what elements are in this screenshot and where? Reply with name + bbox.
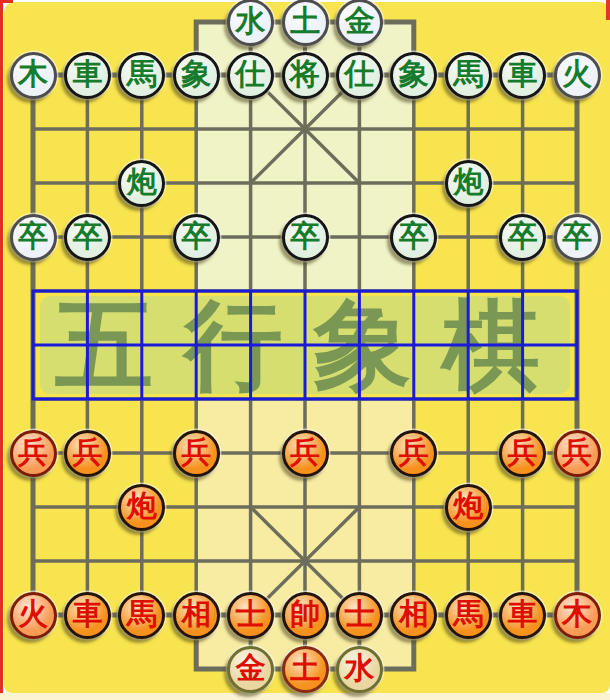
piece-character: 兵 (508, 437, 538, 467)
piece-green-卒[interactable]: 卒 (499, 214, 546, 261)
piece-character: 木 (562, 599, 592, 629)
piece-red-車[interactable]: 車 (499, 592, 546, 639)
piece-red-水[interactable]: 水 (336, 646, 383, 693)
piece-character: 相 (181, 599, 211, 629)
piece-character: 炮 (127, 491, 157, 521)
piece-green-仕[interactable]: 仕 (336, 52, 383, 99)
piece-red-兵[interactable]: 兵 (554, 430, 601, 477)
piece-character: 馬 (453, 599, 483, 629)
piece-green-炮[interactable]: 炮 (445, 160, 492, 207)
piece-character: 火 (18, 599, 48, 629)
piece-green-象[interactable]: 象 (173, 52, 220, 99)
piece-character: 仕 (344, 59, 374, 89)
piece-character: 兵 (181, 437, 211, 467)
piece-green-卒[interactable]: 卒 (554, 214, 601, 261)
piece-character: 卒 (72, 221, 102, 251)
piece-green-卒[interactable]: 卒 (64, 214, 111, 261)
piece-character: 土 (290, 653, 320, 683)
piece-red-馬[interactable]: 馬 (118, 592, 165, 639)
piece-character: 象 (181, 59, 211, 89)
piece-red-火[interactable]: 火 (10, 592, 57, 639)
piece-red-馬[interactable]: 馬 (445, 592, 492, 639)
piece-character: 卒 (18, 221, 48, 251)
piece-red-帥[interactable]: 帥 (282, 592, 329, 639)
piece-green-卒[interactable]: 卒 (10, 214, 57, 261)
piece-character: 仕 (236, 59, 266, 89)
piece-character: 卒 (399, 221, 429, 251)
piece-green-象[interactable]: 象 (390, 52, 437, 99)
piece-red-兵[interactable]: 兵 (390, 430, 437, 477)
piece-red-兵[interactable]: 兵 (499, 430, 546, 477)
piece-red-兵[interactable]: 兵 (282, 430, 329, 477)
piece-green-馬[interactable]: 馬 (445, 52, 492, 99)
piece-green-仕[interactable]: 仕 (227, 52, 274, 99)
piece-green-水[interactable]: 水 (227, 0, 274, 46)
piece-green-火[interactable]: 火 (554, 52, 601, 99)
piece-green-車[interactable]: 車 (64, 52, 111, 99)
piece-character: 木 (18, 59, 48, 89)
piece-character: 馬 (127, 59, 157, 89)
piece-green-卒[interactable]: 卒 (282, 214, 329, 261)
piece-red-兵[interactable]: 兵 (64, 430, 111, 477)
piece-character: 火 (562, 59, 592, 89)
piece-character: 車 (72, 599, 102, 629)
piece-character: 車 (72, 59, 102, 89)
piece-green-金[interactable]: 金 (336, 0, 383, 46)
piece-character: 車 (508, 59, 538, 89)
piece-character: 水 (236, 6, 266, 36)
piece-character: 卒 (290, 221, 320, 251)
piece-character: 士 (236, 599, 266, 629)
piece-character: 兵 (399, 437, 429, 467)
piece-character: 炮 (453, 491, 483, 521)
piece-red-炮[interactable]: 炮 (445, 484, 492, 531)
piece-red-土[interactable]: 土 (282, 646, 329, 693)
piece-character: 卒 (181, 221, 211, 251)
piece-character: 金 (236, 653, 266, 683)
piece-green-車[interactable]: 車 (499, 52, 546, 99)
pieces-layer: 水土金木車馬象仕将仕象馬車火炮炮卒卒卒卒卒卒卒兵兵兵兵兵兵兵炮炮火車馬相士帥士相… (0, 0, 610, 700)
piece-red-炮[interactable]: 炮 (118, 484, 165, 531)
piece-character: 相 (399, 599, 429, 629)
piece-character: 兵 (562, 437, 592, 467)
piece-character: 水 (344, 653, 374, 683)
piece-character: 将 (290, 59, 320, 89)
piece-green-卒[interactable]: 卒 (173, 214, 220, 261)
piece-character: 土 (290, 6, 320, 36)
piece-red-兵[interactable]: 兵 (10, 430, 57, 477)
piece-red-相[interactable]: 相 (390, 592, 437, 639)
piece-character: 馬 (127, 599, 157, 629)
piece-red-士[interactable]: 士 (336, 592, 383, 639)
piece-character: 馬 (453, 59, 483, 89)
piece-green-木[interactable]: 木 (10, 52, 57, 99)
piece-character: 卒 (562, 221, 592, 251)
piece-red-木[interactable]: 木 (554, 592, 601, 639)
piece-green-将[interactable]: 将 (282, 52, 329, 99)
piece-character: 兵 (290, 437, 320, 467)
piece-character: 兵 (18, 437, 48, 467)
piece-character: 士 (344, 599, 374, 629)
piece-red-士[interactable]: 士 (227, 592, 274, 639)
piece-green-卒[interactable]: 卒 (390, 214, 437, 261)
piece-red-兵[interactable]: 兵 (173, 430, 220, 477)
piece-red-車[interactable]: 車 (64, 592, 111, 639)
piece-character: 帥 (290, 599, 320, 629)
piece-red-金[interactable]: 金 (227, 646, 274, 693)
piece-red-相[interactable]: 相 (173, 592, 220, 639)
piece-character: 兵 (72, 437, 102, 467)
piece-character: 炮 (453, 167, 483, 197)
xiangqi-board: 五行象棋 水土金木車馬象仕将仕象馬車火炮炮卒卒卒卒卒卒卒兵兵兵兵兵兵兵炮炮火車馬… (0, 0, 610, 700)
piece-green-炮[interactable]: 炮 (118, 160, 165, 207)
piece-character: 金 (344, 6, 374, 36)
piece-character: 象 (399, 59, 429, 89)
piece-character: 卒 (508, 221, 538, 251)
piece-character: 炮 (127, 167, 157, 197)
piece-green-土[interactable]: 土 (282, 0, 329, 46)
piece-green-馬[interactable]: 馬 (118, 52, 165, 99)
piece-character: 車 (508, 599, 538, 629)
